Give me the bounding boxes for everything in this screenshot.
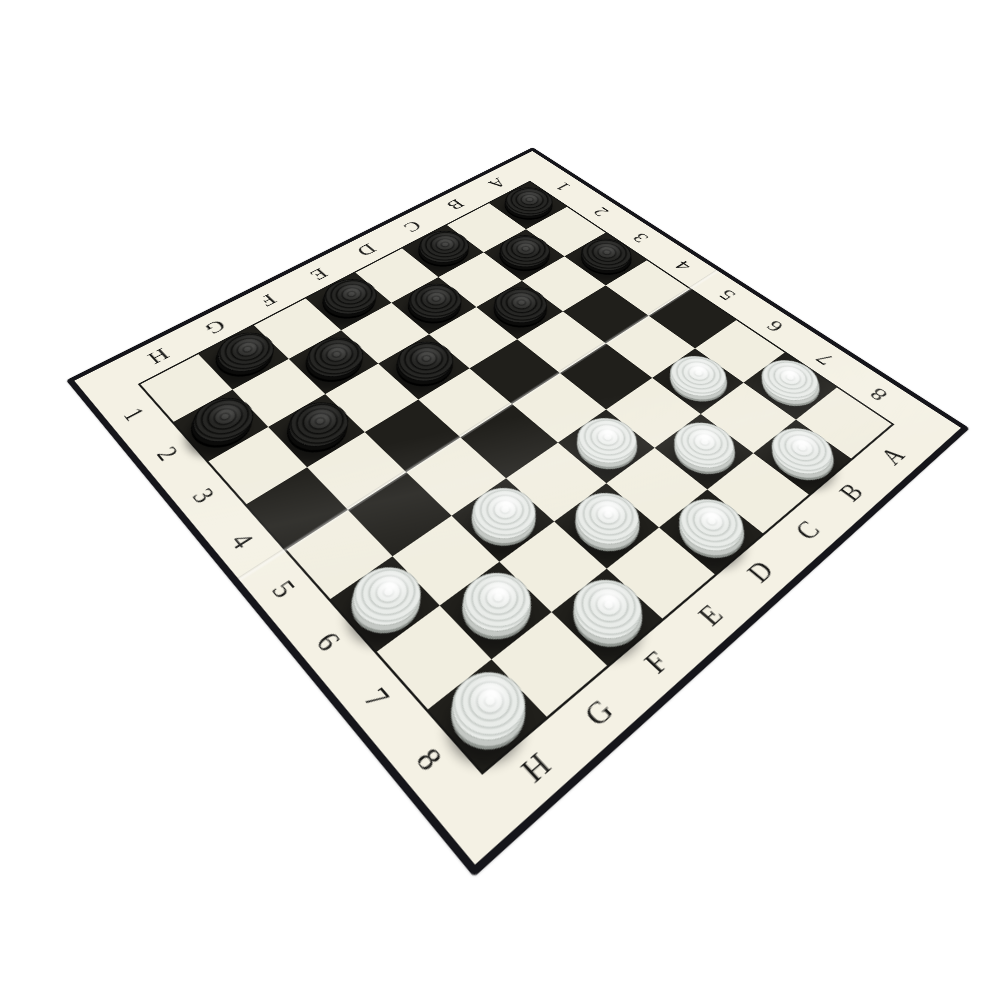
checkers-board: 12345678 12345678 ABCDEFGH ABCDEFGH (66, 147, 970, 877)
photo-backdrop: 12345678 12345678 ABCDEFGH ABCDEFGH (0, 0, 1002, 1002)
board-grid (138, 181, 895, 775)
